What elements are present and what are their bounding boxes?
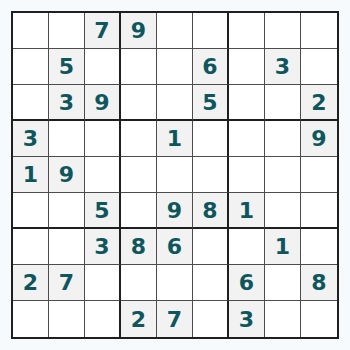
sudoku-board: 79563395231919598138612768273	[11, 11, 339, 339]
cell-r5c7[interactable]	[229, 157, 265, 193]
cell-r3c9: 2	[301, 85, 337, 121]
cell-r9c2[interactable]	[49, 301, 85, 337]
cell-r9c3[interactable]	[85, 301, 121, 337]
cell-r5c1: 1	[13, 157, 49, 193]
cell-r6c4[interactable]	[121, 193, 157, 229]
cell-r2c9[interactable]	[301, 49, 337, 85]
cell-r6c5: 9	[157, 193, 193, 229]
cell-r9c7: 3	[229, 301, 265, 337]
cell-r6c9[interactable]	[301, 193, 337, 229]
cell-r8c6[interactable]	[193, 265, 229, 301]
cell-r8c4[interactable]	[121, 265, 157, 301]
cell-r9c4: 2	[121, 301, 157, 337]
cell-r9c6[interactable]	[193, 301, 229, 337]
cell-r6c6: 8	[193, 193, 229, 229]
cell-r7c2[interactable]	[49, 229, 85, 265]
cell-r1c2[interactable]	[49, 13, 85, 49]
cell-r4c3[interactable]	[85, 121, 121, 157]
cell-r2c1[interactable]	[13, 49, 49, 85]
cell-r5c9[interactable]	[301, 157, 337, 193]
cell-r4c7[interactable]	[229, 121, 265, 157]
cell-r2c2: 5	[49, 49, 85, 85]
cell-r3c8[interactable]	[265, 85, 301, 121]
cell-r1c1[interactable]	[13, 13, 49, 49]
cell-r4c6[interactable]	[193, 121, 229, 157]
cell-r1c3: 7	[85, 13, 121, 49]
cell-r4c1: 3	[13, 121, 49, 157]
cell-r2c4[interactable]	[121, 49, 157, 85]
cell-r3c5[interactable]	[157, 85, 193, 121]
cell-r2c6: 6	[193, 49, 229, 85]
cell-r5c6[interactable]	[193, 157, 229, 193]
cell-r7c4: 8	[121, 229, 157, 265]
cell-r4c9: 9	[301, 121, 337, 157]
cell-r7c8: 1	[265, 229, 301, 265]
cell-r6c2[interactable]	[49, 193, 85, 229]
cell-r7c9[interactable]	[301, 229, 337, 265]
cell-r6c7: 1	[229, 193, 265, 229]
cell-r6c3: 5	[85, 193, 121, 229]
cell-r8c1: 2	[13, 265, 49, 301]
cell-r9c5: 7	[157, 301, 193, 337]
cell-r8c7: 6	[229, 265, 265, 301]
cell-r4c8[interactable]	[265, 121, 301, 157]
cell-r1c4: 9	[121, 13, 157, 49]
cell-r7c7[interactable]	[229, 229, 265, 265]
cell-r1c9[interactable]	[301, 13, 337, 49]
cell-r5c8[interactable]	[265, 157, 301, 193]
cell-r5c5[interactable]	[157, 157, 193, 193]
cell-r1c8[interactable]	[265, 13, 301, 49]
cell-r7c6[interactable]	[193, 229, 229, 265]
cell-r5c4[interactable]	[121, 157, 157, 193]
cell-r8c5[interactable]	[157, 265, 193, 301]
cell-r4c2[interactable]	[49, 121, 85, 157]
cell-r4c4[interactable]	[121, 121, 157, 157]
cell-r2c3[interactable]	[85, 49, 121, 85]
cell-r3c7[interactable]	[229, 85, 265, 121]
cell-r5c3[interactable]	[85, 157, 121, 193]
page: 79563395231919598138612768273	[0, 0, 350, 350]
cell-r4c5: 1	[157, 121, 193, 157]
cell-r3c6: 5	[193, 85, 229, 121]
cell-r7c1[interactable]	[13, 229, 49, 265]
cell-r6c1[interactable]	[13, 193, 49, 229]
cell-r7c3: 3	[85, 229, 121, 265]
cell-r1c6[interactable]	[193, 13, 229, 49]
cell-r7c5: 6	[157, 229, 193, 265]
cell-r3c1[interactable]	[13, 85, 49, 121]
cell-r9c1[interactable]	[13, 301, 49, 337]
cell-r1c7[interactable]	[229, 13, 265, 49]
cell-r8c2: 7	[49, 265, 85, 301]
cell-r2c8: 3	[265, 49, 301, 85]
cell-r3c3: 9	[85, 85, 121, 121]
cell-r2c7[interactable]	[229, 49, 265, 85]
cell-r6c8[interactable]	[265, 193, 301, 229]
cell-r3c4[interactable]	[121, 85, 157, 121]
cell-r9c9[interactable]	[301, 301, 337, 337]
cell-r8c9: 8	[301, 265, 337, 301]
cell-r1c5[interactable]	[157, 13, 193, 49]
cell-r8c3[interactable]	[85, 265, 121, 301]
cell-r5c2: 9	[49, 157, 85, 193]
cell-r9c8[interactable]	[265, 301, 301, 337]
cell-r3c2: 3	[49, 85, 85, 121]
cell-r8c8[interactable]	[265, 265, 301, 301]
cell-r2c5[interactable]	[157, 49, 193, 85]
